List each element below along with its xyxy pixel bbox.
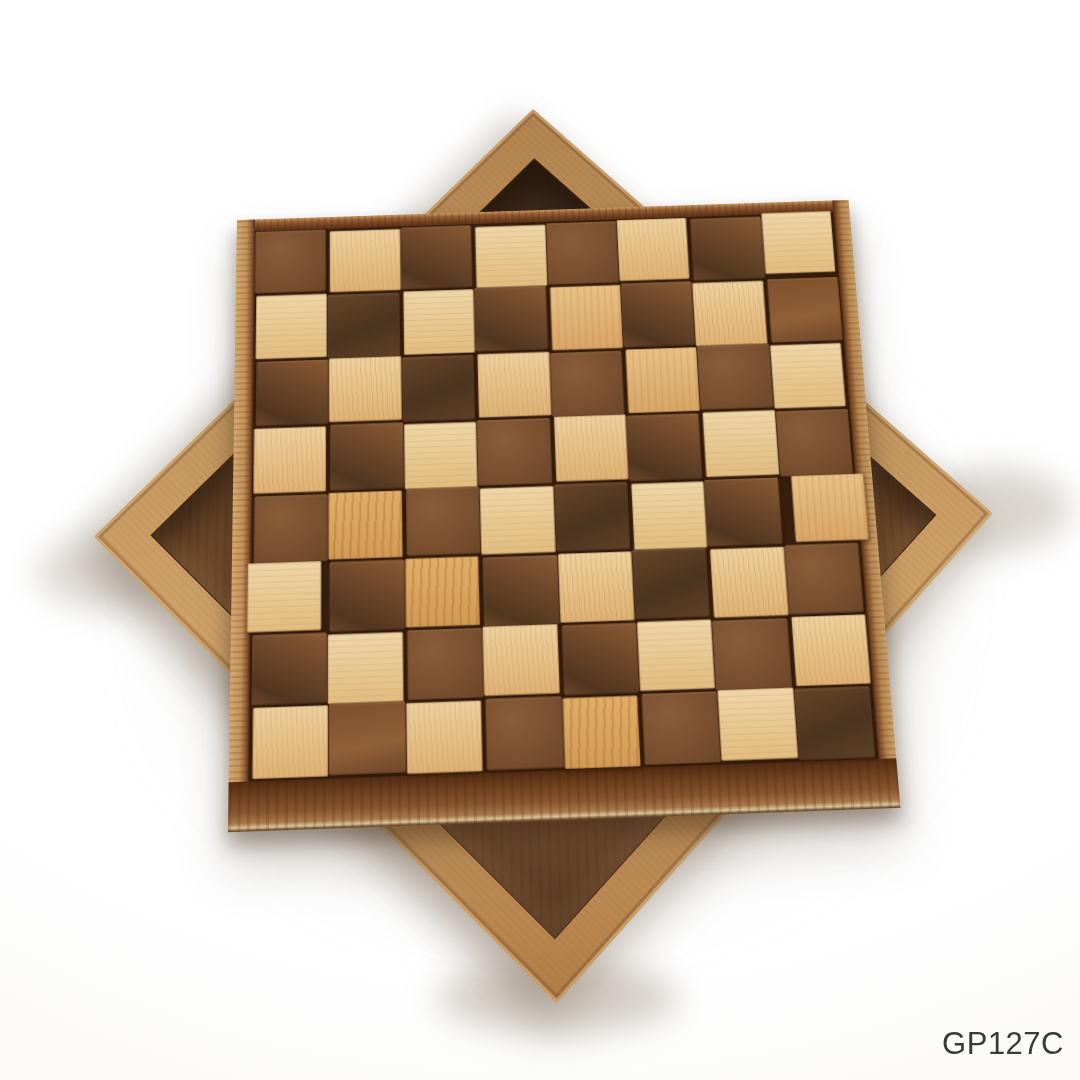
puzzle-board <box>228 200 901 832</box>
board-square[interactable] <box>621 282 695 347</box>
board-square[interactable] <box>328 631 404 704</box>
board-square[interactable] <box>702 409 779 477</box>
board-square[interactable] <box>718 687 798 761</box>
board-square[interactable] <box>775 409 853 477</box>
board-square[interactable] <box>255 230 326 294</box>
board-square[interactable] <box>761 211 836 275</box>
board-square[interactable] <box>330 229 401 293</box>
board-square[interactable] <box>794 686 875 760</box>
board-square[interactable] <box>561 622 639 695</box>
board-square[interactable] <box>642 691 722 765</box>
board-square[interactable] <box>637 619 716 691</box>
board-square[interactable] <box>631 481 708 550</box>
board-square[interactable] <box>710 547 789 618</box>
board-square[interactable] <box>256 359 329 426</box>
board-square[interactable] <box>486 696 564 770</box>
board-square[interactable] <box>253 426 326 494</box>
board-square[interactable] <box>546 221 619 285</box>
board-square[interactable] <box>554 482 630 551</box>
board-square[interactable] <box>405 556 481 627</box>
board-square[interactable] <box>252 705 329 779</box>
board-square[interactable] <box>329 701 406 775</box>
board-square[interactable] <box>712 618 792 690</box>
board-square[interactable] <box>403 289 475 354</box>
board-square[interactable] <box>690 217 764 281</box>
board-square[interactable] <box>329 355 402 422</box>
board-square[interactable] <box>477 351 551 418</box>
board-square[interactable] <box>402 355 475 422</box>
board-square[interactable] <box>330 560 405 631</box>
board-square[interactable] <box>474 286 547 351</box>
board-square[interactable] <box>483 555 559 626</box>
board-square[interactable] <box>255 294 327 359</box>
board-square[interactable] <box>480 486 556 556</box>
board-square[interactable] <box>769 342 846 408</box>
board-square[interactable] <box>784 543 863 614</box>
board-square[interactable] <box>406 700 483 774</box>
board-square[interactable] <box>550 350 625 417</box>
board-square[interactable] <box>616 218 690 282</box>
board-square[interactable] <box>697 343 773 409</box>
board-square[interactable] <box>704 477 782 546</box>
board-square[interactable] <box>475 225 547 289</box>
board-square[interactable] <box>247 561 322 632</box>
board-square[interactable] <box>791 614 871 686</box>
board-square[interactable] <box>331 422 404 490</box>
board-square[interactable] <box>626 413 702 481</box>
board-square[interactable] <box>407 627 483 700</box>
board-square[interactable] <box>692 281 767 346</box>
checkerboard-grid <box>248 212 878 781</box>
board-square[interactable] <box>562 695 641 769</box>
board-square[interactable] <box>406 487 481 557</box>
board-square[interactable] <box>477 418 552 486</box>
product-photo-scene: GP127C <box>0 0 1080 1080</box>
board-square[interactable] <box>632 548 710 619</box>
board-square[interactable] <box>482 623 559 696</box>
board-square[interactable] <box>251 632 327 705</box>
board-square[interactable] <box>254 494 328 564</box>
board-square[interactable] <box>767 277 843 342</box>
board-square[interactable] <box>553 414 628 482</box>
board-square[interactable] <box>557 551 634 622</box>
board-square[interactable] <box>625 347 700 414</box>
board-square[interactable] <box>401 225 473 289</box>
board-square[interactable] <box>790 473 869 542</box>
board-square[interactable] <box>329 490 403 560</box>
board-square[interactable] <box>328 293 400 358</box>
product-code: GP127C <box>864 1026 1064 1062</box>
board-square[interactable] <box>549 285 623 350</box>
board-square[interactable] <box>404 421 478 489</box>
